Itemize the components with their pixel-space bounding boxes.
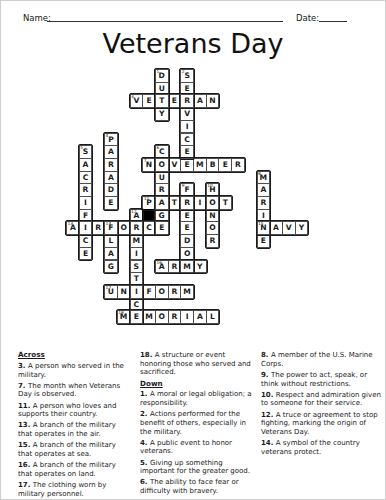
cell-letter: T	[134, 275, 139, 283]
grid-cell-r3c9[interactable]: V	[180, 107, 194, 121]
cell-letter: O	[159, 288, 165, 296]
grid-cell-r3c7[interactable]: Y	[155, 107, 169, 121]
clue-number: 14.	[261, 439, 276, 447]
cell-letter: O	[184, 250, 190, 258]
cell-letter: T	[223, 199, 228, 207]
clue-number: 5.	[140, 459, 150, 467]
cell-letter: B	[210, 161, 216, 169]
grid-cell-r6c9[interactable]: E	[180, 145, 194, 159]
grid-cell-r19c7[interactable]: O	[155, 310, 169, 324]
cell-letter: O	[159, 161, 165, 169]
clue-number-badge: 17	[106, 286, 112, 290]
clue-number-badge: 7	[144, 159, 147, 163]
cell-letter: E	[185, 212, 190, 220]
grid-cell-r0c7[interactable]: 1D	[155, 69, 169, 83]
grid-cell-r6c3[interactable]: A	[104, 145, 118, 159]
grid-cell-r17c9[interactable]: M	[180, 285, 194, 299]
grid-cell-r17c8[interactable]: R	[168, 285, 182, 299]
cell-letter: N	[146, 161, 152, 169]
clue-number-badge: 10	[207, 184, 213, 188]
cell-letter: A	[197, 97, 203, 105]
clue-number: 1.	[140, 390, 150, 398]
cell-letter: E	[108, 199, 113, 207]
clue-number-badge: 1	[156, 70, 159, 74]
grid-cell-r2c8[interactable]: E	[168, 94, 182, 108]
grid-cell-r12c17[interactable]: V	[282, 221, 296, 235]
cell-letter: A	[260, 186, 266, 194]
clue-text: A truce or agreement to stop fighting, m…	[261, 411, 378, 436]
clue-item-3-across: 3. A person who served in the military.	[18, 362, 130, 379]
grid-cell-r7c10[interactable]: M	[193, 158, 207, 172]
clue-item-17-across: 17. The clothing worn by military person…	[18, 481, 130, 498]
clue-text: A branch of the military that operates a…	[18, 441, 116, 458]
grid-cell-r9c3[interactable]: D	[104, 183, 118, 197]
cell-letter: A	[273, 224, 279, 232]
cell-letter: G	[159, 212, 165, 220]
cell-letter: F	[185, 186, 190, 194]
clue-text: A public event to honor veterans.	[140, 439, 232, 456]
grid-cell-r17c5[interactable]: I	[130, 285, 144, 299]
cell-letter: E	[223, 161, 228, 169]
clue-text: A branch of the military that operates o…	[18, 461, 116, 478]
grid-cell-r11c15[interactable]: I	[257, 209, 271, 223]
clue-item-5-down: 5. Giving up something important for the…	[140, 459, 256, 476]
grid-cell-r9c7[interactable]: R	[155, 183, 169, 197]
grid-cell-r12c18[interactable]: Y	[295, 221, 309, 235]
grid-cell-r12c4[interactable]: O	[117, 221, 131, 235]
grid-cell-r13c3[interactable]: L	[104, 234, 118, 248]
cell-letter: R	[172, 313, 178, 321]
grid-cell-r15c8[interactable]: R	[168, 260, 182, 274]
clue-number: 13.	[18, 421, 33, 429]
cell-letter: R	[108, 161, 114, 169]
clue-text: The ability to face fear or difficulty w…	[140, 478, 239, 495]
cell-letter: A	[83, 161, 89, 169]
grid-cell-r11c9[interactable]: E	[180, 209, 194, 223]
grid-cell-r10c6[interactable]: 11P	[142, 196, 156, 210]
grid-cell-r8c3[interactable]: A	[104, 171, 118, 185]
grid-cell-r16c5[interactable]: T	[130, 272, 144, 286]
clue-item-11-across: 11. A person who loves and supports thei…	[18, 402, 130, 419]
clue-number: 7.	[18, 382, 28, 390]
cell-letter: G	[108, 263, 114, 271]
grid-cell-r12c9[interactable]: E	[180, 221, 194, 235]
grid-cell-r5c3[interactable]: 4P	[104, 133, 118, 147]
grid-cell-r15c10[interactable]: Y	[193, 260, 207, 274]
grid-cell-r7c9[interactable]: E	[180, 158, 194, 172]
cell-letter: I	[186, 313, 189, 321]
clue-number-badge: 4	[106, 134, 109, 138]
clue-number-badge: 13	[68, 222, 74, 226]
clue-number: 9.	[261, 371, 271, 379]
grid-cell-r12c2[interactable]: R	[91, 221, 105, 235]
grid-cell-r13c9[interactable]: D	[180, 234, 194, 248]
grid-cell-r14c1[interactable]: E	[79, 247, 93, 261]
clue-item-4-down: 4. A public event to honor veterans.	[140, 439, 256, 456]
clue-item-15-across: 15. A branch of the military that operat…	[18, 441, 130, 458]
grid-cell-r9c9[interactable]: 9F	[180, 183, 194, 197]
cell-letter: I	[84, 224, 87, 232]
cell-letter: Y	[299, 224, 305, 232]
grid-cell-r17c3[interactable]: 17U	[104, 285, 118, 299]
grid-cell-r12c6[interactable]: C	[142, 221, 156, 235]
grid-cell-r19c10[interactable]: A	[193, 310, 207, 324]
grid-cell-r1c7[interactable]: U	[155, 82, 169, 96]
cell-letter: M	[196, 161, 204, 169]
clue-item-6-down: 6. The ability to face fear or difficult…	[140, 478, 256, 495]
clue-item-8-down: 8. A member of the U.S. Marine Corps.	[261, 351, 381, 368]
clue-text: A symbol of the country veterans protect…	[261, 439, 360, 456]
cell-letter: E	[185, 161, 190, 169]
grid-cell-r12c15[interactable]: 15N	[257, 221, 271, 235]
cell-letter: N	[120, 288, 126, 296]
clue-text: Respect and admiration given to someone …	[261, 391, 381, 408]
grid-cell-r7c1[interactable]: A	[79, 158, 93, 172]
cell-letter: A	[159, 199, 165, 207]
grid-cell-r7c8[interactable]: V	[168, 158, 182, 172]
blocked-cell	[142, 209, 156, 223]
clue-text: The power to act, speak, or think withou…	[261, 371, 367, 388]
grid-cell-r11c1[interactable]: F	[79, 209, 93, 223]
clue-item-2-down: 2. Actions performed for the benefit of …	[140, 410, 256, 436]
clue-number-badge: 5	[80, 146, 83, 150]
grid-cell-r6c7[interactable]: 6C	[155, 145, 169, 159]
grid-cell-r9c15[interactable]: A	[257, 183, 271, 197]
grid-cell-r7c13[interactable]: R	[231, 158, 245, 172]
grid-cell-r2c7[interactable]: T	[155, 94, 169, 108]
grid-cell-r15c7[interactable]: 16A	[155, 260, 169, 274]
grid-cell-r2c10[interactable]: A	[193, 94, 207, 108]
cell-letter: R	[235, 161, 241, 169]
cell-letter: R	[83, 186, 89, 194]
cell-letter: R	[95, 224, 101, 232]
cell-letter: O	[159, 313, 165, 321]
clue-number-badge: 14	[106, 222, 112, 226]
cell-letter: V	[133, 97, 139, 105]
cell-letter: C	[146, 224, 152, 232]
grid-cell-r4c9[interactable]: I	[180, 120, 194, 134]
cell-letter: R	[159, 186, 165, 194]
clue-header-across: Across	[18, 351, 130, 360]
grid-cell-r7c11[interactable]: B	[206, 158, 220, 172]
grid-cell-r10c1[interactable]: I	[79, 196, 93, 210]
clue-column-3: 8. A member of the U.S. Marine Corps.9. …	[261, 351, 381, 459]
clue-number: 4.	[140, 439, 150, 447]
grid-cell-r13c5[interactable]: M	[130, 234, 144, 248]
clue-number: 6.	[140, 478, 150, 486]
cell-letter: T	[172, 199, 177, 207]
clue-number-badge: 9	[182, 184, 185, 188]
grid-cell-r10c8[interactable]: T	[168, 196, 182, 210]
clue-item-7-across: 7. The month when Veterans Day is observ…	[18, 382, 130, 399]
clue-number: 8.	[261, 351, 271, 359]
cell-letter: V	[184, 110, 190, 118]
grid-cell-r14c5[interactable]: I	[130, 247, 144, 261]
grid-cell-r10c15[interactable]: R	[257, 196, 271, 210]
grid-cell-r10c7[interactable]: A	[155, 196, 169, 210]
grid-cell-r14c9[interactable]: O	[180, 247, 194, 261]
clue-text: A person who loves and supports their co…	[18, 402, 116, 419]
clue-number: 11.	[18, 402, 33, 410]
cell-letter: C	[83, 237, 89, 245]
grid-cell-r6c1[interactable]: 5S	[79, 145, 93, 159]
cell-letter: R	[172, 288, 178, 296]
clue-text: A member of the U.S. Marine Corps.	[261, 351, 373, 368]
cell-letter: E	[146, 97, 151, 105]
cell-letter: U	[159, 85, 165, 93]
grid-cell-r19c9[interactable]: I	[180, 310, 194, 324]
cell-letter: A	[108, 174, 114, 182]
cell-letter: E	[185, 224, 190, 232]
cell-letter: R	[172, 263, 178, 271]
cell-letter: E	[83, 250, 88, 258]
clue-number: 2.	[140, 410, 150, 418]
cell-letter: V	[286, 224, 292, 232]
clue-item-9-down: 9. The power to act, speak, or think wit…	[261, 371, 381, 388]
grid-cell-r19c4[interactable]: 18M	[117, 310, 131, 324]
clue-item-18-across: 18. A structure or event honoring those …	[140, 351, 256, 377]
clue-number-badge: 15	[258, 222, 264, 226]
grid-cell-r9c1[interactable]: R	[79, 183, 93, 197]
grid-cell-r7c3[interactable]: R	[104, 158, 118, 172]
grid-cell-r17c6[interactable]: F	[142, 285, 156, 299]
clue-number-badge: 3	[131, 95, 134, 99]
cell-letter: L	[210, 313, 215, 321]
clue-item-10-down: 10. Respect and admiration given to some…	[261, 391, 381, 408]
clue-text: A branch of the military that operates i…	[18, 421, 116, 438]
cell-letter: U	[159, 174, 165, 182]
cell-letter: L	[109, 237, 114, 245]
cell-letter: R	[260, 199, 266, 207]
cell-letter: E	[185, 148, 190, 156]
cell-letter: C	[134, 301, 140, 309]
clue-number: 15.	[18, 441, 33, 449]
grid-cell-r7c6[interactable]: 7N	[142, 158, 156, 172]
clue-column-1: Across3. A person who served in the mili…	[18, 351, 130, 500]
cell-letter: I	[135, 250, 138, 258]
clue-number: 17.	[18, 481, 33, 489]
clue-text: A structure or event honoring those who …	[140, 351, 251, 376]
cell-letter: Y	[197, 263, 203, 271]
cell-letter: I	[262, 212, 265, 220]
grid-cell-r10c12[interactable]: T	[218, 196, 232, 210]
cell-letter: S	[83, 148, 88, 156]
cell-letter: O	[120, 224, 126, 232]
grid-cell-r2c9[interactable]: R	[180, 94, 194, 108]
grid-cell-r13c11[interactable]: R	[206, 234, 220, 248]
grid-cell-r12c7[interactable]: E	[155, 221, 169, 235]
clue-number: 12.	[261, 411, 276, 419]
clue-text: Actions performed for the benefit of oth…	[140, 410, 246, 435]
cell-letter: N	[209, 97, 215, 105]
grid-cell-r15c5[interactable]: S	[130, 260, 144, 274]
cell-letter: M	[145, 313, 153, 321]
cell-letter: D	[108, 186, 114, 194]
cell-letter: C	[184, 136, 190, 144]
cell-letter: S	[184, 72, 189, 80]
clue-number-badge: 16	[156, 261, 162, 265]
cell-letter: R	[210, 237, 216, 245]
grid-cell-r15c3[interactable]: G	[104, 260, 118, 274]
cell-letter: I	[135, 288, 138, 296]
clue-item-13-across: 13. A branch of the military that operat…	[18, 421, 130, 438]
grid-cell-r10c11[interactable]: O	[206, 196, 220, 210]
grid-cell-r7c12[interactable]: E	[218, 158, 232, 172]
cell-letter: R	[184, 97, 190, 105]
cell-letter: F	[83, 212, 88, 220]
cell-letter: C	[83, 174, 89, 182]
cell-letter: I	[186, 123, 189, 131]
cell-letter: R	[133, 224, 139, 232]
grid-cell-r12c0[interactable]: 13A	[66, 221, 80, 235]
clue-number-badge: 6	[156, 146, 159, 150]
cell-letter: F	[146, 288, 151, 296]
cell-letter: D	[184, 237, 190, 245]
cell-letter: A	[108, 148, 114, 156]
cell-letter: E	[134, 313, 139, 321]
grid-cell-r0c9[interactable]: 2S	[180, 69, 194, 83]
grid-cell-r8c15[interactable]: 8M	[257, 171, 271, 185]
clue-text: Giving up something important for the gr…	[140, 459, 250, 476]
grid-cell-r14c3[interactable]: A	[104, 247, 118, 261]
grid-cell-r2c6[interactable]: E	[142, 94, 156, 108]
clue-item-16-across: 16. A branch of the military that operat…	[18, 461, 130, 478]
grid-cell-r19c5[interactable]: E	[130, 310, 144, 324]
grid-cell-r17c4[interactable]: N	[117, 285, 131, 299]
grid-cell-r10c3[interactable]: E	[104, 196, 118, 210]
cell-letter: E	[172, 97, 177, 105]
grid-cell-r19c6[interactable]: M	[142, 310, 156, 324]
grid-cell-r19c8[interactable]: R	[168, 310, 182, 324]
grid-cell-r12c3[interactable]: 14F	[104, 221, 118, 235]
grid-cell-r12c5[interactable]: R	[130, 221, 144, 235]
cell-letter: E	[159, 224, 164, 232]
cell-letter: E	[185, 85, 190, 93]
clue-item-14-down: 14. A symbol of the country veterans pro…	[261, 439, 381, 456]
clue-item-1-down: 1. A moral or legal obligation; a respon…	[140, 390, 256, 407]
clue-number: 3.	[18, 362, 28, 370]
cell-letter: Y	[159, 110, 165, 118]
grid-cell-r11c7[interactable]: G	[155, 209, 169, 223]
cell-letter: E	[261, 237, 266, 245]
clue-number: 10.	[261, 391, 276, 399]
cell-letter: V	[171, 161, 177, 169]
clue-number-badge: 12	[131, 210, 137, 214]
grid-cell-r8c7[interactable]: U	[155, 171, 169, 185]
cell-letter: D	[159, 72, 165, 80]
clue-number-badge: 2	[182, 70, 185, 74]
grid-cell-r11c11[interactable]: N	[206, 209, 220, 223]
grid-cell-r10c10[interactable]: I	[193, 196, 207, 210]
grid-cell-r18c5[interactable]: C	[130, 298, 144, 312]
grid-cell-r7c7[interactable]: O	[155, 158, 169, 172]
grid-cell-r13c1[interactable]: C	[79, 234, 93, 248]
clue-column-2: 18. A structure or event honoring those …	[140, 351, 256, 498]
clue-number: 18.	[140, 351, 155, 359]
grid-cell-r9c11[interactable]: 10H	[206, 183, 220, 197]
cell-letter: A	[108, 250, 114, 258]
clue-text: A person who served in the military.	[18, 362, 124, 379]
grid-cell-r10c9[interactable]: R	[180, 196, 194, 210]
cell-letter: A	[197, 313, 203, 321]
cell-letter: N	[209, 212, 215, 220]
cell-letter: M	[133, 237, 141, 245]
cell-letter: S	[134, 263, 139, 271]
grid-cell-r19c11[interactable]: L	[206, 310, 220, 324]
cell-letter: M	[183, 263, 191, 271]
grid-cell-r2c11[interactable]: N	[206, 94, 220, 108]
clue-number: 16.	[18, 461, 33, 469]
grid-cell-r12c11[interactable]: O	[206, 221, 220, 235]
crossword-grid: 1D2SUE3VETERANYVI4PC5SA6CEAR7NOVEMBERCAU…	[0, 0, 386, 350]
clue-header-down: Down	[140, 380, 256, 389]
cell-letter: T	[159, 97, 164, 105]
grid-cell-r17c7[interactable]: O	[155, 285, 169, 299]
grid-cell-r15c9[interactable]: M	[180, 260, 194, 274]
grid-cell-r12c16[interactable]: A	[269, 221, 283, 235]
clue-text: The month when Veterans Day is observed.	[18, 382, 120, 399]
grid-cell-r2c5[interactable]: 3V	[130, 94, 144, 108]
cell-letter: C	[159, 148, 165, 156]
cell-letter: I	[198, 199, 201, 207]
grid-cell-r11c5[interactable]: 12A	[130, 209, 144, 223]
cell-letter: I	[84, 199, 87, 207]
cell-letter: R	[184, 199, 190, 207]
clue-item-12-down: 12. A truce or agreement to stop fightin…	[261, 411, 381, 437]
cell-letter: P	[108, 136, 114, 144]
clue-number-badge: 18	[118, 311, 124, 315]
grid-cell-r8c1[interactable]: C	[79, 171, 93, 185]
grid-cell-r5c9[interactable]: C	[180, 133, 194, 147]
clue-number-badge: 11	[144, 197, 150, 201]
cell-letter: O	[209, 199, 215, 207]
clue-number-badge: 8	[258, 172, 261, 176]
grid-cell-r13c15[interactable]: E	[257, 234, 271, 248]
grid-cell-r1c9[interactable]: E	[180, 82, 194, 96]
clue-text: A moral or legal obligation; a responsib…	[140, 390, 252, 407]
cell-letter: M	[183, 288, 191, 296]
cell-letter: O	[209, 224, 215, 232]
worksheet-page: Name: Date: Veterans Day 1D2SUE3VETERANY…	[0, 0, 386, 500]
grid-cell-r12c1[interactable]: I	[79, 221, 93, 235]
